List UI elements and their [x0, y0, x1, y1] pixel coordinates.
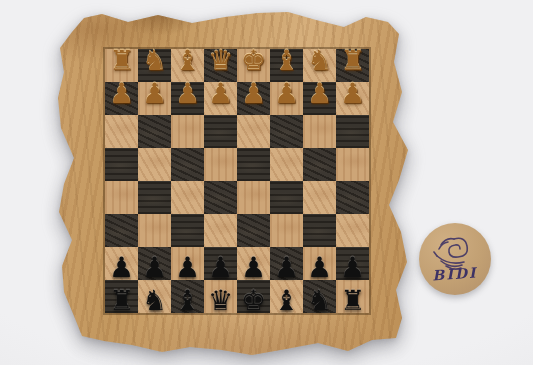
piece-white-bishop[interactable]: ♝	[270, 44, 303, 77]
piece-black-king[interactable]: ♚	[237, 284, 270, 317]
square-b7[interactable]: ♟	[138, 247, 171, 280]
square-f5[interactable]	[270, 181, 303, 214]
square-a6[interactable]	[105, 214, 138, 247]
square-c5[interactable]	[171, 181, 204, 214]
piece-white-pawn[interactable]: ♟	[270, 77, 303, 110]
board-grid: ♜♞♝♛♚♝♞♜♟♟♟♟♟♟♟♟♟♟♟♟♟♟♟♟♜♞♝♛♚♝♞♜	[105, 49, 369, 313]
square-c3[interactable]	[171, 115, 204, 148]
square-d6[interactable]	[204, 214, 237, 247]
piece-black-queen[interactable]: ♛	[204, 284, 237, 317]
square-a7[interactable]: ♟	[105, 247, 138, 280]
square-g3[interactable]	[303, 115, 336, 148]
square-f6[interactable]	[270, 214, 303, 247]
brand-coaster: BIDI	[419, 223, 491, 295]
square-d2[interactable]: ♟	[204, 82, 237, 115]
piece-white-queen[interactable]: ♛	[204, 44, 237, 77]
piece-white-knight[interactable]: ♞	[138, 44, 171, 77]
square-c2[interactable]: ♟	[171, 82, 204, 115]
square-e6[interactable]	[237, 214, 270, 247]
square-b8[interactable]: ♞	[138, 280, 171, 313]
piece-black-knight[interactable]: ♞	[138, 284, 171, 317]
square-f2[interactable]: ♟	[270, 82, 303, 115]
square-d3[interactable]	[204, 115, 237, 148]
square-c7[interactable]: ♟	[171, 247, 204, 280]
square-e4[interactable]	[237, 148, 270, 181]
piece-black-pawn[interactable]: ♟	[336, 251, 369, 284]
square-g5[interactable]	[303, 181, 336, 214]
piece-black-pawn[interactable]: ♟	[237, 251, 270, 284]
square-b2[interactable]: ♟	[138, 82, 171, 115]
square-e5[interactable]	[237, 181, 270, 214]
piece-white-bishop[interactable]: ♝	[171, 44, 204, 77]
square-e2[interactable]: ♟	[237, 82, 270, 115]
piece-black-knight[interactable]: ♞	[303, 284, 336, 317]
piece-white-rook[interactable]: ♜	[105, 44, 138, 77]
square-h7[interactable]: ♟	[336, 247, 369, 280]
piece-black-pawn[interactable]: ♟	[303, 251, 336, 284]
square-c6[interactable]	[171, 214, 204, 247]
piece-black-pawn[interactable]: ♟	[270, 251, 303, 284]
board-shadow: ♜♞♝♛♚♝♞♜♟♟♟♟♟♟♟♟♟♟♟♟♟♟♟♟♜♞♝♛♚♝♞♜	[0, 0, 533, 365]
piece-black-rook[interactable]: ♜	[336, 284, 369, 317]
square-b6[interactable]	[138, 214, 171, 247]
square-g8[interactable]: ♞	[303, 280, 336, 313]
square-f4[interactable]	[270, 148, 303, 181]
piece-white-knight[interactable]: ♞	[303, 44, 336, 77]
square-e8[interactable]: ♚	[237, 280, 270, 313]
piece-white-pawn[interactable]: ♟	[204, 77, 237, 110]
square-b4[interactable]	[138, 148, 171, 181]
square-f3[interactable]	[270, 115, 303, 148]
piece-white-pawn[interactable]: ♟	[138, 77, 171, 110]
piece-black-pawn[interactable]: ♟	[105, 251, 138, 284]
square-a5[interactable]	[105, 181, 138, 214]
square-h3[interactable]	[336, 115, 369, 148]
square-g6[interactable]	[303, 214, 336, 247]
piece-white-rook[interactable]: ♜	[336, 44, 369, 77]
square-b5[interactable]	[138, 181, 171, 214]
square-f8[interactable]: ♝	[270, 280, 303, 313]
piece-white-pawn[interactable]: ♟	[105, 77, 138, 110]
piece-black-pawn[interactable]: ♟	[138, 251, 171, 284]
photo-stage: ♜♞♝♛♚♝♞♜♟♟♟♟♟♟♟♟♟♟♟♟♟♟♟♟♜♞♝♛♚♝♞♜ BIDI	[0, 0, 533, 365]
square-e7[interactable]: ♟	[237, 247, 270, 280]
square-h2[interactable]: ♟	[336, 82, 369, 115]
square-g4[interactable]	[303, 148, 336, 181]
piece-white-king[interactable]: ♚	[237, 44, 270, 77]
piece-black-pawn[interactable]: ♟	[171, 251, 204, 284]
piece-black-bishop[interactable]: ♝	[171, 284, 204, 317]
piece-white-pawn[interactable]: ♟	[303, 77, 336, 110]
square-c8[interactable]: ♝	[171, 280, 204, 313]
square-h6[interactable]	[336, 214, 369, 247]
piece-white-pawn[interactable]: ♟	[171, 77, 204, 110]
square-g2[interactable]: ♟	[303, 82, 336, 115]
square-c4[interactable]	[171, 148, 204, 181]
piece-black-bishop[interactable]: ♝	[270, 284, 303, 317]
scorpion-logo-icon	[419, 223, 491, 295]
square-h4[interactable]	[336, 148, 369, 181]
square-e3[interactable]	[237, 115, 270, 148]
square-d4[interactable]	[204, 148, 237, 181]
square-d5[interactable]	[204, 181, 237, 214]
piece-black-rook[interactable]: ♜	[105, 284, 138, 317]
piece-white-pawn[interactable]: ♟	[237, 77, 270, 110]
square-b3[interactable]	[138, 115, 171, 148]
square-d8[interactable]: ♛	[204, 280, 237, 313]
square-f7[interactable]: ♟	[270, 247, 303, 280]
square-d7[interactable]: ♟	[204, 247, 237, 280]
square-a8[interactable]: ♜	[105, 280, 138, 313]
square-a4[interactable]	[105, 148, 138, 181]
square-a2[interactable]: ♟	[105, 82, 138, 115]
square-h8[interactable]: ♜	[336, 280, 369, 313]
square-h5[interactable]	[336, 181, 369, 214]
square-a3[interactable]	[105, 115, 138, 148]
piece-black-pawn[interactable]: ♟	[204, 251, 237, 284]
piece-white-pawn[interactable]: ♟	[336, 77, 369, 110]
square-g7[interactable]: ♟	[303, 247, 336, 280]
